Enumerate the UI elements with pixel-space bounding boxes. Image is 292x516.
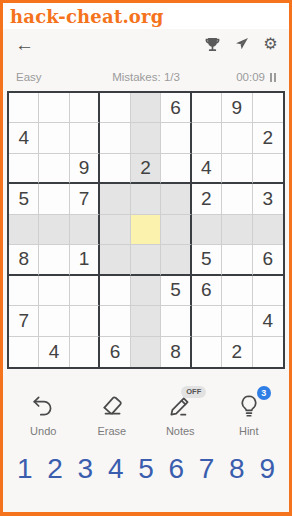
cell-r6c5[interactable] bbox=[131, 245, 161, 275]
cell-r7c8[interactable] bbox=[222, 276, 252, 306]
mistakes-label: Mistakes: 1/3 bbox=[88, 71, 204, 83]
timer-label: 00:09 bbox=[236, 71, 265, 83]
cell-r3c1[interactable] bbox=[9, 154, 39, 184]
cell-r2c8[interactable] bbox=[222, 123, 252, 153]
undo-button[interactable]: Undo bbox=[12, 391, 74, 437]
cell-r1c6[interactable]: 6 bbox=[161, 93, 191, 123]
share-button[interactable] bbox=[233, 36, 250, 53]
cell-r8c8[interactable] bbox=[222, 306, 252, 336]
numpad-7[interactable]: 7 bbox=[199, 455, 215, 483]
numpad-5[interactable]: 5 bbox=[138, 455, 154, 483]
cell-r4c8[interactable] bbox=[222, 184, 252, 214]
cell-r5c1[interactable] bbox=[9, 215, 39, 245]
cell-r6c4[interactable] bbox=[100, 245, 130, 275]
cell-r4c2[interactable] bbox=[39, 184, 69, 214]
toolbar: Undo Erase OFF Notes bbox=[3, 391, 289, 437]
cell-r8c7[interactable] bbox=[192, 306, 222, 336]
back-button[interactable]: ← bbox=[15, 35, 34, 54]
cell-r2c2[interactable] bbox=[39, 123, 69, 153]
cell-r1c9[interactable] bbox=[253, 93, 283, 123]
cell-r3c4[interactable] bbox=[100, 154, 130, 184]
watermark: hack-cheat.org bbox=[3, 3, 289, 29]
difficulty-label: Easy bbox=[16, 71, 88, 83]
trophy-icon bbox=[204, 36, 221, 53]
cell-r6c3[interactable]: 1 bbox=[70, 245, 100, 275]
cell-r3c3[interactable]: 9 bbox=[70, 154, 100, 184]
cell-r6c7[interactable]: 5 bbox=[192, 245, 222, 275]
numpad-4[interactable]: 4 bbox=[108, 455, 124, 483]
cell-r8c5[interactable] bbox=[131, 306, 161, 336]
numpad-3[interactable]: 3 bbox=[78, 455, 94, 483]
cell-r4c4[interactable] bbox=[100, 184, 130, 214]
cell-r6c9[interactable]: 6 bbox=[253, 245, 283, 275]
notes-label: Notes bbox=[166, 425, 195, 437]
erase-label: Erase bbox=[97, 425, 126, 437]
cell-r2c4[interactable] bbox=[100, 123, 130, 153]
cell-r5c6[interactable] bbox=[161, 215, 191, 245]
cell-r2c1[interactable]: 4 bbox=[9, 123, 39, 153]
cell-r4c9[interactable]: 3 bbox=[253, 184, 283, 214]
cell-r3c7[interactable]: 4 bbox=[192, 154, 222, 184]
notes-off-badge: OFF bbox=[181, 386, 206, 398]
cell-r7c1[interactable] bbox=[9, 276, 39, 306]
notes-button[interactable]: OFF Notes bbox=[149, 391, 211, 437]
status-bar: Easy Mistakes: 1/3 00:09 bbox=[3, 71, 289, 83]
cell-r5c5[interactable] bbox=[131, 215, 161, 245]
cell-r7c7[interactable]: 6 bbox=[192, 276, 222, 306]
cell-r9c2[interactable]: 4 bbox=[39, 337, 69, 367]
cell-r9c5[interactable] bbox=[131, 337, 161, 367]
cell-r6c8[interactable] bbox=[222, 245, 252, 275]
cell-r7c9[interactable] bbox=[253, 276, 283, 306]
cell-r5c4[interactable] bbox=[100, 215, 130, 245]
cell-r4c3[interactable]: 7 bbox=[70, 184, 100, 214]
erase-button[interactable]: Erase bbox=[81, 391, 143, 437]
trophy-button[interactable] bbox=[204, 36, 221, 53]
app-screen: hack-cheat.org ← ⚙ Easy Mistakes: 1/3 bbox=[0, 0, 292, 516]
cell-r8c3[interactable] bbox=[70, 306, 100, 336]
numpad-1[interactable]: 1 bbox=[17, 455, 33, 483]
eraser-icon bbox=[99, 393, 125, 419]
gear-icon: ⚙ bbox=[263, 36, 277, 52]
cell-r8c9[interactable]: 4 bbox=[253, 306, 283, 336]
cell-r3c6[interactable] bbox=[161, 154, 191, 184]
cell-r8c2[interactable] bbox=[39, 306, 69, 336]
navigation-icon bbox=[234, 36, 250, 52]
undo-icon bbox=[30, 393, 56, 419]
cell-r8c6[interactable] bbox=[161, 306, 191, 336]
nav-actions: ⚙ bbox=[204, 36, 279, 53]
cell-r5c2[interactable] bbox=[39, 215, 69, 245]
cell-r3c2[interactable] bbox=[39, 154, 69, 184]
numpad-9[interactable]: 9 bbox=[259, 455, 275, 483]
cell-r6c6[interactable] bbox=[161, 245, 191, 275]
cell-r9c7[interactable] bbox=[192, 337, 222, 367]
cell-r1c3[interactable] bbox=[70, 93, 100, 123]
cell-r7c2[interactable] bbox=[39, 276, 69, 306]
sudoku-board: 69429245723815656744682 bbox=[7, 91, 285, 369]
cell-r4c7[interactable]: 2 bbox=[192, 184, 222, 214]
cell-r5c9[interactable] bbox=[253, 215, 283, 245]
numpad-6[interactable]: 6 bbox=[168, 455, 184, 483]
cell-r9c8[interactable]: 2 bbox=[222, 337, 252, 367]
hint-count-badge: 3 bbox=[257, 386, 271, 400]
cell-r4c1[interactable]: 5 bbox=[9, 184, 39, 214]
hint-button[interactable]: 3 Hint bbox=[218, 391, 280, 437]
cell-r2c9[interactable]: 2 bbox=[253, 123, 283, 153]
cell-r9c1[interactable] bbox=[9, 337, 39, 367]
cell-r1c2[interactable] bbox=[39, 93, 69, 123]
hint-label: Hint bbox=[239, 425, 259, 437]
cell-r7c3[interactable] bbox=[70, 276, 100, 306]
cell-r2c5[interactable] bbox=[131, 123, 161, 153]
cell-r7c5[interactable] bbox=[131, 276, 161, 306]
undo-label: Undo bbox=[30, 425, 56, 437]
cell-r3c8[interactable] bbox=[222, 154, 252, 184]
cell-r2c3[interactable] bbox=[70, 123, 100, 153]
cell-r3c9[interactable] bbox=[253, 154, 283, 184]
cell-r2c6[interactable] bbox=[161, 123, 191, 153]
cell-r2c7[interactable] bbox=[192, 123, 222, 153]
cell-r1c5[interactable] bbox=[131, 93, 161, 123]
cell-r1c8[interactable]: 9 bbox=[222, 93, 252, 123]
pause-button[interactable] bbox=[270, 73, 276, 82]
cell-r8c4[interactable] bbox=[100, 306, 130, 336]
settings-button[interactable]: ⚙ bbox=[262, 36, 279, 53]
cell-r1c1[interactable] bbox=[9, 93, 39, 123]
cell-r8c1[interactable]: 7 bbox=[9, 306, 39, 336]
cell-r4c5[interactable] bbox=[131, 184, 161, 214]
numpad-2[interactable]: 2 bbox=[47, 455, 63, 483]
cell-r6c1[interactable]: 8 bbox=[9, 245, 39, 275]
cell-r4c6[interactable] bbox=[161, 184, 191, 214]
cell-r9c9[interactable] bbox=[253, 337, 283, 367]
cell-r5c8[interactable] bbox=[222, 215, 252, 245]
numpad-8[interactable]: 8 bbox=[229, 455, 245, 483]
cell-r7c6[interactable]: 5 bbox=[161, 276, 191, 306]
cell-r5c3[interactable] bbox=[70, 215, 100, 245]
cell-r3c5[interactable]: 2 bbox=[131, 154, 161, 184]
cell-r1c4[interactable] bbox=[100, 93, 130, 123]
cell-r6c2[interactable] bbox=[39, 245, 69, 275]
nav-bar: ← ⚙ bbox=[3, 29, 289, 57]
numpad: 123456789 bbox=[3, 455, 289, 483]
cell-r9c3[interactable] bbox=[70, 337, 100, 367]
cell-r1c7[interactable] bbox=[192, 93, 222, 123]
cell-r7c4[interactable] bbox=[100, 276, 130, 306]
cell-r9c4[interactable]: 6 bbox=[100, 337, 130, 367]
cell-r9c6[interactable]: 8 bbox=[161, 337, 191, 367]
cell-r5c7[interactable] bbox=[192, 215, 222, 245]
